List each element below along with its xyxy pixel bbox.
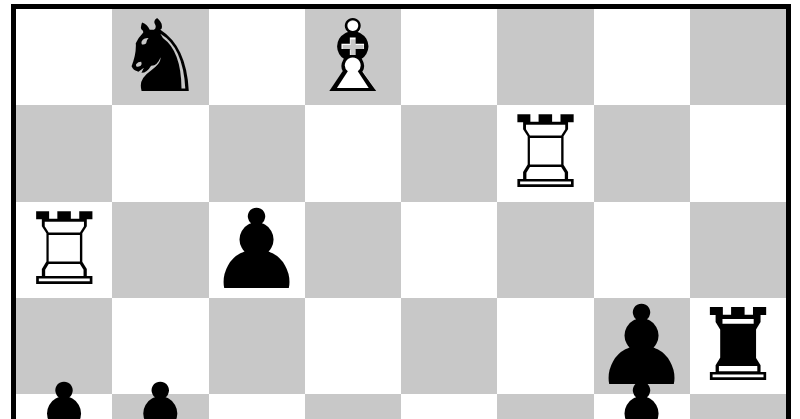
square-e5[interactable] <box>401 298 497 394</box>
square-h5[interactable]: ♜ <box>690 298 786 394</box>
square-a4[interactable]: ♟︎ <box>16 394 112 419</box>
square-b8[interactable]: ♞ <box>112 9 208 105</box>
piece-white-rook[interactable]: ♜♖ <box>497 105 593 201</box>
square-e6[interactable] <box>401 202 497 298</box>
piece-black-rook[interactable]: ♜ <box>690 298 786 394</box>
square-a6[interactable]: ♜♖ <box>16 202 112 298</box>
square-e8[interactable] <box>401 9 497 105</box>
piece-black-pawn[interactable]: ♟︎ <box>112 376 208 419</box>
square-d7[interactable] <box>305 105 401 201</box>
square-f6[interactable] <box>497 202 593 298</box>
chess-diagram: ♞♝♗♜♖♜♖♟︎♟︎♜♟︎♟︎♟︎ <box>0 0 800 419</box>
square-e7[interactable] <box>401 105 497 201</box>
square-d6[interactable] <box>305 202 401 298</box>
piece-black-knight[interactable]: ♞ <box>112 9 208 105</box>
square-h4[interactable] <box>690 394 786 419</box>
piece-glyph: ♖ <box>497 105 593 201</box>
square-g8[interactable] <box>594 9 690 105</box>
piece-glyph: ♟︎ <box>594 376 690 419</box>
square-e4[interactable] <box>401 394 497 419</box>
square-h6[interactable] <box>690 202 786 298</box>
square-a8[interactable] <box>16 9 112 105</box>
square-g7[interactable] <box>594 105 690 201</box>
piece-black-pawn[interactable]: ♟︎ <box>594 376 690 419</box>
piece-glyph: ♟︎ <box>16 376 112 419</box>
square-f5[interactable] <box>497 298 593 394</box>
chess-board: ♞♝♗♜♖♜♖♟︎♟︎♜♟︎♟︎♟︎ <box>11 4 791 419</box>
square-c6[interactable]: ♟︎ <box>209 202 305 298</box>
piece-glyph: ♖ <box>16 202 112 298</box>
piece-glyph: ♟︎ <box>112 376 208 419</box>
piece-glyph: ♞ <box>112 9 208 105</box>
square-a7[interactable] <box>16 105 112 201</box>
square-h7[interactable] <box>690 105 786 201</box>
square-b7[interactable] <box>112 105 208 201</box>
square-c8[interactable] <box>209 9 305 105</box>
square-b4[interactable]: ♟︎ <box>112 394 208 419</box>
piece-white-bishop[interactable]: ♝♗ <box>305 9 401 105</box>
square-h8[interactable] <box>690 9 786 105</box>
piece-glyph: ♜ <box>690 298 786 394</box>
piece-glyph: ♟︎ <box>209 202 305 298</box>
square-d8[interactable]: ♝♗ <box>305 9 401 105</box>
square-f4[interactable] <box>497 394 593 419</box>
square-f7[interactable]: ♜♖ <box>497 105 593 201</box>
square-c5[interactable] <box>209 298 305 394</box>
square-f8[interactable] <box>497 9 593 105</box>
square-c4[interactable] <box>209 394 305 419</box>
piece-black-pawn[interactable]: ♟︎ <box>16 376 112 419</box>
square-b6[interactable] <box>112 202 208 298</box>
piece-glyph: ♗ <box>305 9 401 105</box>
piece-black-pawn[interactable]: ♟︎ <box>209 202 305 298</box>
piece-white-rook[interactable]: ♜♖ <box>16 202 112 298</box>
square-g4[interactable]: ♟︎ <box>594 394 690 419</box>
square-d5[interactable] <box>305 298 401 394</box>
square-d4[interactable] <box>305 394 401 419</box>
